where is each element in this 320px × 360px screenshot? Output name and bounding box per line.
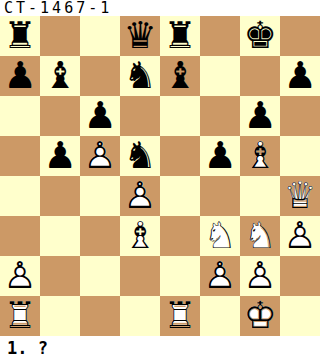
square-f3[interactable]: ♞♘ xyxy=(200,216,240,256)
white-pawn[interactable]: ♟♙ xyxy=(240,256,280,296)
square-f8[interactable] xyxy=(200,16,240,56)
move-prompt: 1. ? xyxy=(0,336,320,360)
piece-outline-layer: ♙ xyxy=(0,256,40,296)
square-c6[interactable]: ♟ xyxy=(80,96,120,136)
black-pawn[interactable]: ♟ xyxy=(0,56,40,96)
square-h8[interactable] xyxy=(280,16,320,56)
square-g4[interactable] xyxy=(240,176,280,216)
square-a5[interactable] xyxy=(0,136,40,176)
square-b8[interactable] xyxy=(40,16,80,56)
piece-outline-layer: ♕ xyxy=(280,176,320,216)
square-d5[interactable]: ♞ xyxy=(120,136,160,176)
black-knight[interactable]: ♞ xyxy=(120,56,160,96)
square-e5[interactable] xyxy=(160,136,200,176)
black-pawn[interactable]: ♟ xyxy=(80,96,120,136)
piece-outline-layer: ♖ xyxy=(0,296,40,336)
black-rook[interactable]: ♜ xyxy=(160,16,200,56)
square-b6[interactable] xyxy=(40,96,80,136)
piece-glyph: ♜ xyxy=(0,16,40,56)
square-a3[interactable] xyxy=(0,216,40,256)
square-g6[interactable]: ♟ xyxy=(240,96,280,136)
chess-puzzle-window: CT-1467-1 ♜♛♜♚♟♝♞♝♟♟♟♟♟♙♞♟♝♗♟♙♛♕♝♗♞♘♞♘♟♙… xyxy=(0,0,320,360)
square-f4[interactable] xyxy=(200,176,240,216)
square-g3[interactable]: ♞♘ xyxy=(240,216,280,256)
square-f2[interactable]: ♟♙ xyxy=(200,256,240,296)
square-d8[interactable]: ♛ xyxy=(120,16,160,56)
square-h5[interactable] xyxy=(280,136,320,176)
piece-glyph: ♝ xyxy=(40,56,80,96)
piece-glyph: ♚ xyxy=(240,16,280,56)
square-c3[interactable] xyxy=(80,216,120,256)
square-g7[interactable] xyxy=(240,56,280,96)
white-knight[interactable]: ♞♘ xyxy=(240,216,280,256)
black-bishop[interactable]: ♝ xyxy=(160,56,200,96)
black-queen[interactable]: ♛ xyxy=(120,16,160,56)
square-c7[interactable] xyxy=(80,56,120,96)
square-c5[interactable]: ♟♙ xyxy=(80,136,120,176)
square-e4[interactable] xyxy=(160,176,200,216)
square-h2[interactable] xyxy=(280,256,320,296)
square-c4[interactable] xyxy=(80,176,120,216)
white-knight[interactable]: ♞♘ xyxy=(200,216,240,256)
piece-glyph: ♟ xyxy=(40,136,80,176)
square-d6[interactable] xyxy=(120,96,160,136)
piece-outline-layer: ♙ xyxy=(120,176,160,216)
square-d3[interactable]: ♝♗ xyxy=(120,216,160,256)
black-pawn[interactable]: ♟ xyxy=(40,136,80,176)
square-e3[interactable] xyxy=(160,216,200,256)
black-pawn[interactable]: ♟ xyxy=(200,136,240,176)
square-f7[interactable] xyxy=(200,56,240,96)
piece-outline-layer: ♔ xyxy=(240,296,280,336)
square-d2[interactable] xyxy=(120,256,160,296)
white-king[interactable]: ♚♔ xyxy=(240,296,280,336)
square-h4[interactable]: ♛♕ xyxy=(280,176,320,216)
piece-glyph: ♟ xyxy=(280,56,320,96)
square-h3[interactable]: ♟♙ xyxy=(280,216,320,256)
square-c2[interactable] xyxy=(80,256,120,296)
black-knight[interactable]: ♞ xyxy=(120,136,160,176)
black-bishop[interactable]: ♝ xyxy=(40,56,80,96)
white-pawn[interactable]: ♟♙ xyxy=(0,256,40,296)
square-a1[interactable]: ♜♖ xyxy=(0,296,40,336)
piece-glyph: ♞ xyxy=(120,56,160,96)
square-a7[interactable]: ♟ xyxy=(0,56,40,96)
white-pawn[interactable]: ♟♙ xyxy=(120,176,160,216)
square-d1[interactable] xyxy=(120,296,160,336)
chess-board[interactable]: ♜♛♜♚♟♝♞♝♟♟♟♟♟♙♞♟♝♗♟♙♛♕♝♗♞♘♞♘♟♙♟♙♟♙♟♙♜♖♜♖… xyxy=(0,16,320,336)
piece-outline-layer: ♖ xyxy=(160,296,200,336)
piece-glyph: ♞ xyxy=(120,136,160,176)
square-h7[interactable]: ♟ xyxy=(280,56,320,96)
square-b1[interactable] xyxy=(40,296,80,336)
square-a6[interactable] xyxy=(0,96,40,136)
square-h1[interactable] xyxy=(280,296,320,336)
square-b2[interactable] xyxy=(40,256,80,296)
piece-glyph: ♟ xyxy=(240,96,280,136)
square-b5[interactable]: ♟ xyxy=(40,136,80,176)
piece-outline-layer: ♘ xyxy=(200,216,240,256)
square-g5[interactable]: ♝♗ xyxy=(240,136,280,176)
square-a2[interactable]: ♟♙ xyxy=(0,256,40,296)
square-a4[interactable] xyxy=(0,176,40,216)
square-f5[interactable]: ♟ xyxy=(200,136,240,176)
piece-glyph: ♜ xyxy=(160,16,200,56)
white-bishop[interactable]: ♝♗ xyxy=(120,216,160,256)
piece-outline-layer: ♗ xyxy=(120,216,160,256)
piece-outline-layer: ♙ xyxy=(240,256,280,296)
square-e8[interactable]: ♜ xyxy=(160,16,200,56)
square-b3[interactable] xyxy=(40,216,80,256)
white-pawn[interactable]: ♟♙ xyxy=(80,136,120,176)
square-g1[interactable]: ♚♔ xyxy=(240,296,280,336)
square-e2[interactable] xyxy=(160,256,200,296)
square-g2[interactable]: ♟♙ xyxy=(240,256,280,296)
black-king[interactable]: ♚ xyxy=(240,16,280,56)
white-pawn[interactable]: ♟♙ xyxy=(280,216,320,256)
square-e7[interactable]: ♝ xyxy=(160,56,200,96)
square-c1[interactable] xyxy=(80,296,120,336)
white-rook[interactable]: ♜♖ xyxy=(160,296,200,336)
square-d7[interactable]: ♞ xyxy=(120,56,160,96)
black-pawn[interactable]: ♟ xyxy=(280,56,320,96)
square-f1[interactable] xyxy=(200,296,240,336)
white-queen[interactable]: ♛♕ xyxy=(280,176,320,216)
piece-outline-layer: ♙ xyxy=(280,216,320,256)
piece-glyph: ♝ xyxy=(160,56,200,96)
piece-glyph: ♟ xyxy=(80,96,120,136)
piece-glyph: ♟ xyxy=(0,56,40,96)
square-a8[interactable]: ♜ xyxy=(0,16,40,56)
square-b7[interactable]: ♝ xyxy=(40,56,80,96)
square-g8[interactable]: ♚ xyxy=(240,16,280,56)
piece-outline-layer: ♗ xyxy=(240,136,280,176)
square-c8[interactable] xyxy=(80,16,120,56)
piece-outline-layer: ♙ xyxy=(80,136,120,176)
white-pawn[interactable]: ♟♙ xyxy=(200,256,240,296)
white-rook[interactable]: ♜♖ xyxy=(0,296,40,336)
piece-glyph: ♛ xyxy=(120,16,160,56)
square-b4[interactable] xyxy=(40,176,80,216)
black-rook[interactable]: ♜ xyxy=(0,16,40,56)
square-e1[interactable]: ♜♖ xyxy=(160,296,200,336)
piece-outline-layer: ♘ xyxy=(240,216,280,256)
piece-glyph: ♟ xyxy=(200,136,240,176)
square-e6[interactable] xyxy=(160,96,200,136)
white-bishop[interactable]: ♝♗ xyxy=(240,136,280,176)
square-h6[interactable] xyxy=(280,96,320,136)
black-pawn[interactable]: ♟ xyxy=(240,96,280,136)
square-d4[interactable]: ♟♙ xyxy=(120,176,160,216)
piece-outline-layer: ♙ xyxy=(200,256,240,296)
square-f6[interactable] xyxy=(200,96,240,136)
